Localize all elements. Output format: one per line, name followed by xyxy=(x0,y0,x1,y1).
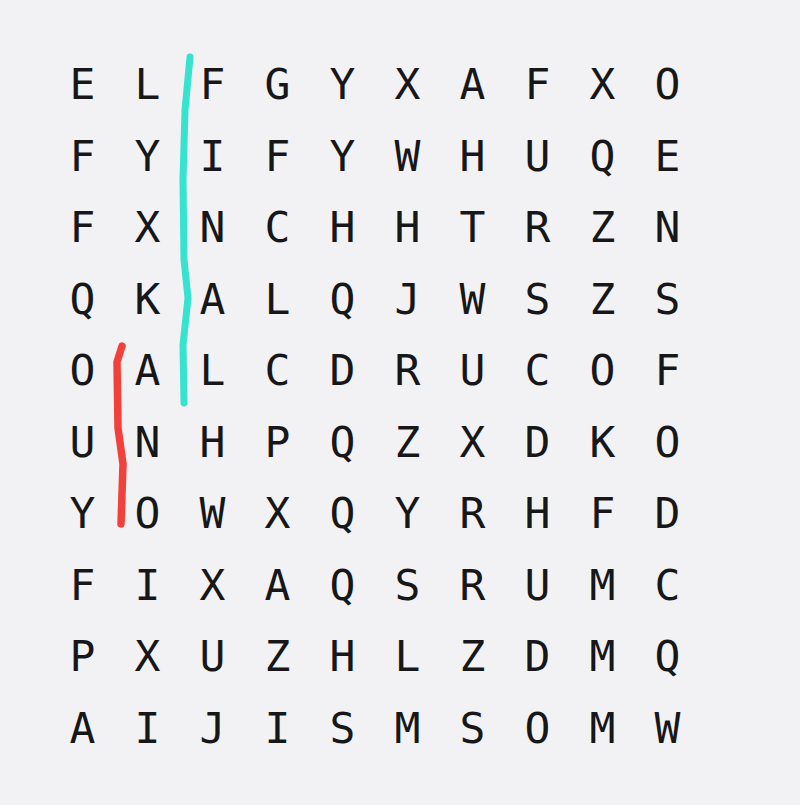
grid-letter: M xyxy=(395,706,421,749)
grid-cell[interactable]: Y xyxy=(310,47,375,119)
grid-letter: F xyxy=(70,563,96,606)
grid-cell[interactable]: X xyxy=(180,548,245,620)
grid-cell[interactable]: H xyxy=(180,405,245,477)
grid-cell[interactable]: S xyxy=(505,262,570,334)
grid-letter: Y xyxy=(330,63,356,106)
grid-cell[interactable]: X xyxy=(570,47,635,119)
grid-letter: Z xyxy=(460,635,486,678)
grid-cell[interactable]: I xyxy=(245,691,310,763)
grid-letter: R xyxy=(460,563,486,606)
grid-cell[interactable]: L xyxy=(245,262,310,334)
grid-cell[interactable]: R xyxy=(440,548,505,620)
grid-cell[interactable]: K xyxy=(570,405,635,477)
grid-cell[interactable]: H xyxy=(440,119,505,191)
grid-cell[interactable]: O xyxy=(50,333,115,405)
grid-letter: T xyxy=(460,206,486,249)
grid-letter: C xyxy=(265,349,291,392)
grid-letter: W xyxy=(460,277,486,320)
grid-cell[interactable]: Q xyxy=(310,476,375,548)
grid-cell[interactable]: N xyxy=(180,190,245,262)
grid-cell[interactable]: Z xyxy=(440,619,505,691)
grid-letter: F xyxy=(655,349,681,392)
grid-letter: Z xyxy=(265,635,291,678)
grid-letter: U xyxy=(70,420,96,463)
grid-letter: H xyxy=(460,134,486,177)
grid-letter: J xyxy=(200,706,226,749)
grid-letter: U xyxy=(525,563,551,606)
grid-letter: R xyxy=(525,206,551,249)
grid-cell[interactable]: R xyxy=(505,190,570,262)
grid-cell[interactable]: M xyxy=(570,691,635,763)
grid-letter: E xyxy=(70,63,96,106)
grid-letter: N xyxy=(135,420,161,463)
grid-cell[interactable]: A xyxy=(50,691,115,763)
grid-letter: D xyxy=(525,420,551,463)
grid-letter: O xyxy=(135,492,161,535)
grid-letter: N xyxy=(200,206,226,249)
grid-cell[interactable]: O xyxy=(115,476,180,548)
grid-letter: W xyxy=(200,492,226,535)
grid-cell[interactable]: F xyxy=(50,119,115,191)
grid-cell[interactable]: Q xyxy=(570,119,635,191)
grid-cell[interactable]: Y xyxy=(310,119,375,191)
grid-letter: L xyxy=(135,63,161,106)
grid-letter: Q xyxy=(330,563,356,606)
grid-letter: Q xyxy=(590,134,616,177)
grid-cell[interactable]: T xyxy=(440,190,505,262)
grid-letter: N xyxy=(655,206,681,249)
grid-letter: L xyxy=(200,349,226,392)
grid-letter: Y xyxy=(330,134,356,177)
grid-letter: O xyxy=(655,420,681,463)
grid-cell[interactable]: D xyxy=(310,333,375,405)
grid-cell[interactable]: S xyxy=(440,691,505,763)
grid-cell[interactable]: H xyxy=(310,190,375,262)
grid-cell[interactable]: Q xyxy=(310,548,375,620)
grid-cell[interactable]: S xyxy=(375,548,440,620)
grid-letter: X xyxy=(395,63,421,106)
grid-letter: Y xyxy=(135,134,161,177)
grid-cell[interactable]: A xyxy=(115,333,180,405)
grid-letter: Y xyxy=(70,492,96,535)
grid-cell[interactable]: J xyxy=(180,691,245,763)
grid-letter: A xyxy=(135,349,161,392)
grid-letter: U xyxy=(525,134,551,177)
grid-letter: M xyxy=(590,563,616,606)
grid-cell[interactable]: Z xyxy=(570,262,635,334)
grid-letter: X xyxy=(265,492,291,535)
grid-cell[interactable]: M xyxy=(375,691,440,763)
grid-cell[interactable]: Z xyxy=(245,619,310,691)
grid-cell[interactable]: W xyxy=(180,476,245,548)
grid-cell[interactable]: F xyxy=(505,47,570,119)
grid-cell[interactable]: N xyxy=(115,405,180,477)
grid-cell[interactable]: M xyxy=(570,548,635,620)
grid-cell[interactable]: Z xyxy=(375,405,440,477)
grid-cell[interactable]: Y xyxy=(375,476,440,548)
grid-cell[interactable]: O xyxy=(570,333,635,405)
grid-cell[interactable]: N xyxy=(635,190,700,262)
grid-letter: H xyxy=(330,635,356,678)
grid-cell[interactable]: C xyxy=(635,548,700,620)
grid-letter: L xyxy=(395,635,421,678)
grid-cell[interactable]: L xyxy=(115,47,180,119)
grid-cell[interactable]: R xyxy=(375,333,440,405)
grid-letter: S xyxy=(460,706,486,749)
grid-letter: C xyxy=(525,349,551,392)
grid-letter: P xyxy=(265,420,291,463)
grid-cell[interactable]: D xyxy=(505,619,570,691)
grid-cell[interactable]: U xyxy=(440,333,505,405)
grid-cell[interactable]: C xyxy=(245,333,310,405)
grid-cell[interactable]: F xyxy=(180,47,245,119)
grid-letter: U xyxy=(460,349,486,392)
grid-letter: Z xyxy=(395,420,421,463)
grid-letter: A xyxy=(460,63,486,106)
grid-letter: Z xyxy=(590,277,616,320)
grid-letter: Q xyxy=(70,277,96,320)
grid-cell[interactable]: P xyxy=(50,619,115,691)
grid-cell[interactable]: I xyxy=(115,548,180,620)
grid-cell[interactable]: L xyxy=(375,619,440,691)
grid-letter: U xyxy=(200,635,226,678)
grid-letter: O xyxy=(590,349,616,392)
grid-letter: O xyxy=(70,349,96,392)
grid-letter: X xyxy=(135,206,161,249)
grid-cell[interactable]: F xyxy=(245,119,310,191)
grid-cell[interactable]: C xyxy=(245,190,310,262)
grid-letter: G xyxy=(265,63,291,106)
grid-letter: S xyxy=(395,563,421,606)
grid-cell[interactable]: P xyxy=(245,405,310,477)
grid-cell[interactable]: D xyxy=(505,405,570,477)
grid-letter: D xyxy=(330,349,356,392)
grid-letter: X xyxy=(135,635,161,678)
grid-letter: S xyxy=(525,277,551,320)
grid-cell[interactable]: Q xyxy=(50,262,115,334)
grid-letter: S xyxy=(655,277,681,320)
grid-cell[interactable]: Y xyxy=(50,476,115,548)
grid-letter: A xyxy=(265,563,291,606)
grid-letter: I xyxy=(135,563,161,606)
grid-letter: H xyxy=(525,492,551,535)
grid-cell[interactable]: A xyxy=(245,548,310,620)
grid-cell[interactable]: O xyxy=(505,691,570,763)
grid-letter: F xyxy=(70,134,96,177)
grid-cell[interactable]: F xyxy=(50,190,115,262)
grid-letter: Z xyxy=(590,206,616,249)
grid-letter: L xyxy=(265,277,291,320)
grid-letter: C xyxy=(265,206,291,249)
grid-cell[interactable]: U xyxy=(505,119,570,191)
grid-letter: W xyxy=(395,134,421,177)
grid-cell[interactable]: D xyxy=(635,476,700,548)
grid-letter: D xyxy=(655,492,681,535)
grid-letter: D xyxy=(525,635,551,678)
grid-cell[interactable]: R xyxy=(440,476,505,548)
grid-letter: K xyxy=(590,420,616,463)
grid-letter: P xyxy=(70,635,96,678)
grid-cell[interactable]: F xyxy=(50,548,115,620)
grid-cell[interactable]: U xyxy=(180,619,245,691)
grid-letter: C xyxy=(655,563,681,606)
grid-letter: Q xyxy=(655,635,681,678)
grid-letter: W xyxy=(655,706,681,749)
grid-cell[interactable]: X xyxy=(375,47,440,119)
grid-letter: M xyxy=(590,706,616,749)
grid-cell[interactable]: Q xyxy=(635,619,700,691)
grid-letter: F xyxy=(265,134,291,177)
grid-letter: Y xyxy=(395,492,421,535)
grid-cell[interactable]: U xyxy=(505,548,570,620)
grid-letter: H xyxy=(200,420,226,463)
grid-cell[interactable]: E xyxy=(635,119,700,191)
grid-letter: X xyxy=(460,420,486,463)
grid-cell[interactable]: H xyxy=(310,619,375,691)
grid-cell[interactable]: A xyxy=(180,262,245,334)
grid-cell[interactable]: L xyxy=(180,333,245,405)
grid-cell[interactable]: X xyxy=(440,405,505,477)
grid-cell[interactable]: Q xyxy=(310,405,375,477)
grid-cell[interactable]: S xyxy=(310,691,375,763)
grid-cell[interactable]: U xyxy=(50,405,115,477)
grid-letter: Q xyxy=(330,420,356,463)
grid-letter: H xyxy=(395,206,421,249)
grid-letter: A xyxy=(200,277,226,320)
grid-letter: X xyxy=(200,563,226,606)
grid-letter: X xyxy=(590,63,616,106)
grid-cell[interactable]: W xyxy=(375,119,440,191)
grid-cell[interactable]: W xyxy=(440,262,505,334)
grid-cell[interactable]: O xyxy=(635,47,700,119)
grid-letter: K xyxy=(135,277,161,320)
grid-cell[interactable]: S xyxy=(635,262,700,334)
grid-cell[interactable]: O xyxy=(635,405,700,477)
grid-cell[interactable]: H xyxy=(505,476,570,548)
grid-letter: A xyxy=(70,706,96,749)
grid-cell[interactable]: W xyxy=(635,691,700,763)
grid-cell[interactable]: X xyxy=(245,476,310,548)
grid-letter: F xyxy=(200,63,226,106)
grid-cell[interactable]: H xyxy=(375,190,440,262)
grid-cell[interactable]: Q xyxy=(310,262,375,334)
grid-letter: E xyxy=(655,134,681,177)
grid-cell[interactable]: I xyxy=(180,119,245,191)
grid-letter: F xyxy=(590,492,616,535)
grid-cell[interactable]: X xyxy=(115,619,180,691)
grid-letter: F xyxy=(70,206,96,249)
grid-cell[interactable]: M xyxy=(570,619,635,691)
grid-cell[interactable]: Y xyxy=(115,119,180,191)
grid-cell[interactable]: X xyxy=(115,190,180,262)
grid-letter: I xyxy=(135,706,161,749)
grid-letter: O xyxy=(655,63,681,106)
grid-letter: R xyxy=(395,349,421,392)
grid-cell[interactable]: G xyxy=(245,47,310,119)
grid-cell[interactable]: F xyxy=(570,476,635,548)
grid-cell[interactable]: K xyxy=(115,262,180,334)
grid-cell[interactable]: E xyxy=(50,47,115,119)
grid-letter: O xyxy=(525,706,551,749)
grid-letter: Q xyxy=(330,277,356,320)
grid-cell[interactable]: J xyxy=(375,262,440,334)
grid-letter: I xyxy=(265,706,291,749)
grid-letter: M xyxy=(590,635,616,678)
grid-letter: F xyxy=(525,63,551,106)
grid-letter: H xyxy=(330,206,356,249)
grid-cell[interactable]: I xyxy=(115,691,180,763)
grid-cell[interactable]: C xyxy=(505,333,570,405)
grid-letter: R xyxy=(460,492,486,535)
grid-cell[interactable]: Z xyxy=(570,190,635,262)
grid-cell[interactable]: A xyxy=(440,47,505,119)
grid-letter: J xyxy=(395,277,421,320)
word-search-board: ELFGYXAFXOFYIFYWHUQEFXNCHHTRZNQKALQJWSZS… xyxy=(50,47,700,762)
grid-letter: I xyxy=(200,134,226,177)
grid-letter: S xyxy=(330,706,356,749)
grid-letter: Q xyxy=(330,492,356,535)
grid-cell[interactable]: F xyxy=(635,333,700,405)
